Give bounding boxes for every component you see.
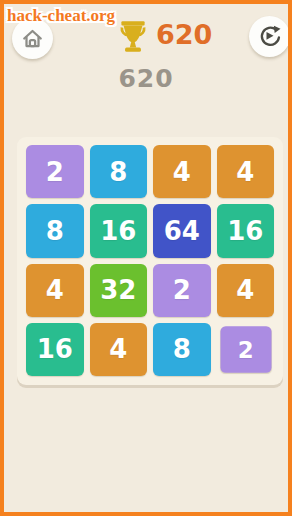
tile-1-1-value-2: 2	[26, 145, 84, 198]
best-score-value: 620	[156, 19, 212, 50]
watermark-text: hack-cheat.org	[7, 7, 115, 26]
tile-2-4-value-16: 16	[217, 204, 275, 257]
tile-4-1-value-16: 16	[26, 323, 84, 376]
tile-grid: 284481664164322416482	[17, 137, 283, 385]
tile-3-1-value-4: 4	[26, 264, 84, 317]
game-board[interactable]: 284481664164322416482	[17, 137, 283, 385]
game-screen: hack-cheat.org 6	[0, 0, 292, 516]
tile-4-3-value-8: 8	[153, 323, 211, 376]
tile-1-2-value-8: 8	[90, 145, 148, 198]
tile-4-2-value-4: 4	[90, 323, 148, 376]
tile-1-4-value-4: 4	[217, 145, 275, 198]
tile-3-2-value-32: 32	[90, 264, 148, 317]
tile-4-4-value-2: 2	[220, 326, 271, 373]
tile-2-1-value-8: 8	[26, 204, 84, 257]
tile-2-3-value-64: 64	[153, 204, 211, 257]
home-icon	[19, 25, 46, 52]
current-score-value: 620	[4, 64, 288, 93]
restart-icon	[256, 23, 284, 51]
tile-2-2-value-16: 16	[90, 204, 148, 257]
restart-button[interactable]	[249, 16, 290, 57]
trophy-icon	[114, 17, 152, 55]
tile-3-3-value-2: 2	[153, 264, 211, 317]
tile-1-3-value-4: 4	[153, 145, 211, 198]
tile-3-4-value-4: 4	[217, 264, 275, 317]
